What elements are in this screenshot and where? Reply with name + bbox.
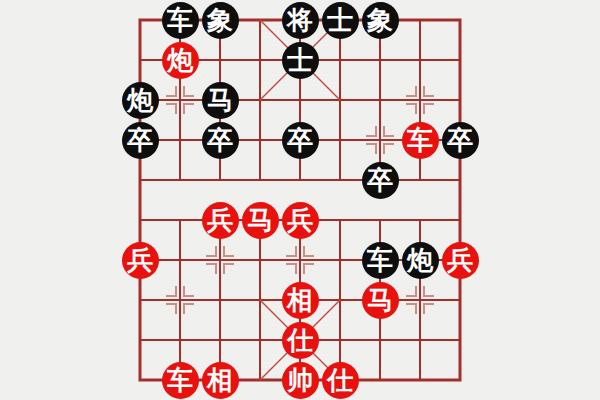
piece-black-soldier[interactable]: 卒 xyxy=(282,122,319,159)
piece-black-soldier[interactable]: 卒 xyxy=(442,122,479,159)
piece-red-general[interactable]: 帅 xyxy=(282,362,319,399)
piece-red-horse[interactable]: 马 xyxy=(362,282,399,319)
piece-red-advisor[interactable]: 仕 xyxy=(322,362,359,399)
piece-red-soldier[interactable]: 兵 xyxy=(122,242,159,279)
xiangqi-board: 车象将士象炮士炮马卒卒卒车卒卒兵马兵兵车炮兵相马仕车相帅仕 xyxy=(120,0,480,400)
piece-black-cannon[interactable]: 炮 xyxy=(122,82,159,119)
piece-red-soldier[interactable]: 兵 xyxy=(202,202,239,239)
piece-black-soldier[interactable]: 卒 xyxy=(362,162,399,199)
piece-black-general[interactable]: 将 xyxy=(282,2,319,39)
piece-red-elephant[interactable]: 相 xyxy=(282,282,319,319)
piece-black-advisor[interactable]: 士 xyxy=(322,2,359,39)
piece-black-chariot[interactable]: 车 xyxy=(362,242,399,279)
piece-red-soldier[interactable]: 兵 xyxy=(282,202,319,239)
piece-red-elephant[interactable]: 相 xyxy=(202,362,239,399)
piece-black-horse[interactable]: 马 xyxy=(202,82,239,119)
piece-black-cannon[interactable]: 炮 xyxy=(402,242,439,279)
piece-red-cannon[interactable]: 炮 xyxy=(162,42,199,79)
piece-black-elephant[interactable]: 象 xyxy=(362,2,399,39)
piece-black-advisor[interactable]: 士 xyxy=(282,42,319,79)
piece-black-elephant[interactable]: 象 xyxy=(202,2,239,39)
piece-red-soldier[interactable]: 兵 xyxy=(442,242,479,279)
xiangqi-app: 车象将士象炮士炮马卒卒卒车卒卒兵马兵兵车炮兵相马仕车相帅仕 xyxy=(0,0,600,400)
piece-black-soldier[interactable]: 卒 xyxy=(122,122,159,159)
piece-black-chariot[interactable]: 车 xyxy=(162,2,199,39)
piece-red-advisor[interactable]: 仕 xyxy=(282,322,319,359)
piece-red-chariot[interactable]: 车 xyxy=(162,362,199,399)
piece-red-chariot[interactable]: 车 xyxy=(402,122,439,159)
piece-black-soldier[interactable]: 卒 xyxy=(202,122,239,159)
piece-red-horse[interactable]: 马 xyxy=(242,202,279,239)
